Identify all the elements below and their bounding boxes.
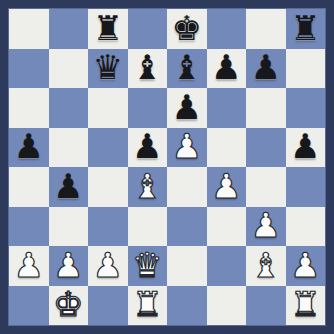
- square-h2[interactable]: ♟: [286, 246, 326, 286]
- square-a5[interactable]: ♟: [9, 128, 49, 168]
- square-e8[interactable]: ♚: [167, 9, 207, 49]
- square-g2[interactable]: ♝: [246, 246, 286, 286]
- square-b1[interactable]: ♚: [49, 286, 89, 326]
- square-b8[interactable]: [49, 9, 89, 49]
- piece-black-pawn[interactable]: ♟: [53, 169, 83, 203]
- square-a4[interactable]: [9, 167, 49, 207]
- square-a8[interactable]: [9, 9, 49, 49]
- piece-white-bishop[interactable]: ♝: [251, 248, 281, 282]
- piece-white-rook[interactable]: ♜: [132, 287, 162, 321]
- square-b4[interactable]: ♟: [49, 167, 89, 207]
- square-a2[interactable]: ♟: [9, 246, 49, 286]
- square-c6[interactable]: [88, 88, 128, 128]
- piece-black-pawn[interactable]: ♟: [251, 50, 281, 84]
- square-g6[interactable]: [246, 88, 286, 128]
- piece-white-queen[interactable]: ♛: [132, 248, 162, 282]
- square-f5[interactable]: [207, 128, 247, 168]
- square-e4[interactable]: [167, 167, 207, 207]
- square-d2[interactable]: ♛: [128, 246, 168, 286]
- square-a1[interactable]: [9, 286, 49, 326]
- square-h8[interactable]: ♜: [286, 9, 326, 49]
- piece-white-bishop[interactable]: ♝: [132, 169, 162, 203]
- piece-black-rook[interactable]: ♜: [290, 11, 320, 45]
- square-c3[interactable]: [88, 207, 128, 247]
- piece-black-queen[interactable]: ♛: [93, 50, 123, 84]
- piece-black-rook[interactable]: ♜: [93, 11, 123, 45]
- piece-white-pawn[interactable]: ♟: [172, 129, 202, 163]
- square-h6[interactable]: [286, 88, 326, 128]
- chess-board-frame: ♜♚♜♛♝♝♟♟♟♟♟♟♟♟♝♟♟♟♟♟♛♝♟♚♜♜: [0, 0, 334, 334]
- square-h7[interactable]: [286, 49, 326, 89]
- square-c8[interactable]: ♜: [88, 9, 128, 49]
- square-g1[interactable]: [246, 286, 286, 326]
- square-h5[interactable]: ♟: [286, 128, 326, 168]
- square-e3[interactable]: [167, 207, 207, 247]
- square-c4[interactable]: [88, 167, 128, 207]
- square-a7[interactable]: [9, 49, 49, 89]
- square-b7[interactable]: [49, 49, 89, 89]
- square-d5[interactable]: ♟: [128, 128, 168, 168]
- square-f8[interactable]: [207, 9, 247, 49]
- piece-black-pawn[interactable]: ♟: [211, 50, 241, 84]
- square-h3[interactable]: [286, 207, 326, 247]
- piece-white-pawn[interactable]: ♟: [211, 169, 241, 203]
- piece-black-king[interactable]: ♚: [172, 11, 202, 45]
- square-e5[interactable]: ♟: [167, 128, 207, 168]
- square-a6[interactable]: [9, 88, 49, 128]
- square-g7[interactable]: ♟: [246, 49, 286, 89]
- square-d4[interactable]: ♝: [128, 167, 168, 207]
- square-e2[interactable]: [167, 246, 207, 286]
- piece-black-pawn[interactable]: ♟: [172, 90, 202, 124]
- square-g5[interactable]: [246, 128, 286, 168]
- square-f3[interactable]: [207, 207, 247, 247]
- square-c1[interactable]: [88, 286, 128, 326]
- square-h1[interactable]: ♜: [286, 286, 326, 326]
- piece-black-pawn[interactable]: ♟: [14, 129, 44, 163]
- piece-white-pawn[interactable]: ♟: [93, 248, 123, 282]
- square-d8[interactable]: [128, 9, 168, 49]
- square-d7[interactable]: ♝: [128, 49, 168, 89]
- piece-white-pawn[interactable]: ♟: [290, 248, 320, 282]
- square-d6[interactable]: [128, 88, 168, 128]
- piece-black-pawn[interactable]: ♟: [132, 129, 162, 163]
- piece-white-pawn[interactable]: ♟: [251, 208, 281, 242]
- square-b3[interactable]: [49, 207, 89, 247]
- piece-black-pawn[interactable]: ♟: [290, 129, 320, 163]
- piece-white-king[interactable]: ♚: [53, 287, 83, 321]
- square-b5[interactable]: [49, 128, 89, 168]
- square-f2[interactable]: [207, 246, 247, 286]
- square-b2[interactable]: ♟: [49, 246, 89, 286]
- square-g4[interactable]: [246, 167, 286, 207]
- square-f7[interactable]: ♟: [207, 49, 247, 89]
- square-g8[interactable]: [246, 9, 286, 49]
- piece-black-bishop[interactable]: ♝: [132, 50, 162, 84]
- square-d1[interactable]: ♜: [128, 286, 168, 326]
- piece-black-bishop[interactable]: ♝: [172, 50, 202, 84]
- square-c2[interactable]: ♟: [88, 246, 128, 286]
- square-e7[interactable]: ♝: [167, 49, 207, 89]
- square-g3[interactable]: ♟: [246, 207, 286, 247]
- square-f6[interactable]: [207, 88, 247, 128]
- square-d3[interactable]: [128, 207, 168, 247]
- square-e1[interactable]: [167, 286, 207, 326]
- square-f4[interactable]: ♟: [207, 167, 247, 207]
- piece-white-pawn[interactable]: ♟: [53, 248, 83, 282]
- square-h4[interactable]: [286, 167, 326, 207]
- square-b6[interactable]: [49, 88, 89, 128]
- square-c7[interactable]: ♛: [88, 49, 128, 89]
- square-c5[interactable]: [88, 128, 128, 168]
- square-f1[interactable]: [207, 286, 247, 326]
- piece-white-rook[interactable]: ♜: [290, 287, 320, 321]
- square-a3[interactable]: [9, 207, 49, 247]
- square-e6[interactable]: ♟: [167, 88, 207, 128]
- chess-board: ♜♚♜♛♝♝♟♟♟♟♟♟♟♟♝♟♟♟♟♟♛♝♟♚♜♜: [9, 9, 325, 325]
- piece-white-pawn[interactable]: ♟: [14, 248, 44, 282]
